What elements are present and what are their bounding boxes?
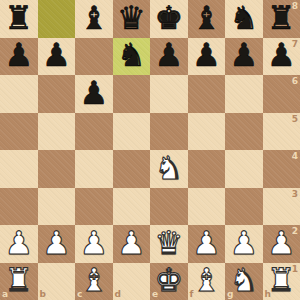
square-b6[interactable] bbox=[38, 75, 76, 113]
white-queen[interactable]: ♛ bbox=[154, 227, 183, 259]
square-h6[interactable]: 6 bbox=[263, 75, 301, 113]
black-bishop[interactable]: ♝ bbox=[79, 2, 108, 34]
square-b5[interactable] bbox=[38, 113, 76, 151]
square-h7[interactable]: ♟7 bbox=[263, 38, 301, 76]
square-b7[interactable]: ♟ bbox=[38, 38, 76, 76]
square-e2[interactable]: ♛ bbox=[150, 225, 188, 263]
black-knight[interactable]: ♞ bbox=[229, 2, 258, 34]
square-e3[interactable] bbox=[150, 188, 188, 226]
black-king[interactable]: ♚ bbox=[154, 2, 183, 34]
white-pawn[interactable]: ♟ bbox=[4, 227, 33, 259]
black-pawn[interactable]: ♟ bbox=[42, 39, 71, 71]
square-a6[interactable] bbox=[0, 75, 38, 113]
square-h4[interactable]: 4 bbox=[263, 150, 301, 188]
square-c6[interactable]: ♟ bbox=[75, 75, 113, 113]
square-d7[interactable]: ♞ bbox=[113, 38, 151, 76]
black-rook[interactable]: ♜ bbox=[4, 2, 33, 34]
white-pawn[interactable]: ♟ bbox=[229, 227, 258, 259]
square-a8[interactable]: ♜ bbox=[0, 0, 38, 38]
square-d1[interactable]: d bbox=[113, 263, 151, 300]
white-knight[interactable]: ♞ bbox=[229, 264, 258, 296]
white-king[interactable]: ♚ bbox=[154, 264, 183, 296]
square-g5[interactable] bbox=[225, 113, 263, 151]
black-bishop[interactable]: ♝ bbox=[192, 2, 221, 34]
white-pawn[interactable]: ♟ bbox=[117, 227, 146, 259]
square-a4[interactable] bbox=[0, 150, 38, 188]
square-c2[interactable]: ♟ bbox=[75, 225, 113, 263]
square-b4[interactable] bbox=[38, 150, 76, 188]
square-e6[interactable] bbox=[150, 75, 188, 113]
white-bishop[interactable]: ♝ bbox=[192, 264, 221, 296]
square-d5[interactable] bbox=[113, 113, 151, 151]
square-g2[interactable]: ♟ bbox=[225, 225, 263, 263]
chess-board: ♜♝♛♚♝♞♜8♟♟♞♟♟♟♟7♟65♞43♟♟♟♟♛♟♟♟2♜ab♝cd♚e♝… bbox=[0, 0, 300, 300]
square-h8[interactable]: ♜8 bbox=[263, 0, 301, 38]
square-c3[interactable] bbox=[75, 188, 113, 226]
square-c7[interactable] bbox=[75, 38, 113, 76]
rank-label-5: 5 bbox=[292, 115, 298, 124]
black-rook[interactable]: ♜ bbox=[267, 2, 296, 34]
square-b3[interactable] bbox=[38, 188, 76, 226]
square-b1[interactable]: b bbox=[38, 263, 76, 300]
square-h1[interactable]: ♜1h bbox=[263, 263, 301, 300]
square-f5[interactable] bbox=[188, 113, 226, 151]
square-g6[interactable] bbox=[225, 75, 263, 113]
rank-label-4: 4 bbox=[292, 152, 298, 161]
file-label-b: b bbox=[40, 290, 46, 299]
square-f6[interactable] bbox=[188, 75, 226, 113]
square-f2[interactable]: ♟ bbox=[188, 225, 226, 263]
square-d8[interactable]: ♛ bbox=[113, 0, 151, 38]
black-pawn[interactable]: ♟ bbox=[267, 39, 296, 71]
square-c5[interactable] bbox=[75, 113, 113, 151]
square-b8[interactable] bbox=[38, 0, 76, 38]
square-d2[interactable]: ♟ bbox=[113, 225, 151, 263]
square-h3[interactable]: 3 bbox=[263, 188, 301, 226]
square-g7[interactable]: ♟ bbox=[225, 38, 263, 76]
square-c8[interactable]: ♝ bbox=[75, 0, 113, 38]
square-d6[interactable] bbox=[113, 75, 151, 113]
square-f7[interactable]: ♟ bbox=[188, 38, 226, 76]
white-bishop[interactable]: ♝ bbox=[79, 264, 108, 296]
square-a3[interactable] bbox=[0, 188, 38, 226]
white-rook[interactable]: ♜ bbox=[267, 264, 296, 296]
white-pawn[interactable]: ♟ bbox=[267, 227, 296, 259]
square-b2[interactable]: ♟ bbox=[38, 225, 76, 263]
rank-label-6: 6 bbox=[292, 77, 298, 86]
white-pawn[interactable]: ♟ bbox=[192, 227, 221, 259]
square-h5[interactable]: 5 bbox=[263, 113, 301, 151]
square-f1[interactable]: ♝f bbox=[188, 263, 226, 300]
square-g8[interactable]: ♞ bbox=[225, 0, 263, 38]
square-c4[interactable] bbox=[75, 150, 113, 188]
square-d3[interactable] bbox=[113, 188, 151, 226]
white-pawn[interactable]: ♟ bbox=[42, 227, 71, 259]
square-g4[interactable] bbox=[225, 150, 263, 188]
square-f4[interactable] bbox=[188, 150, 226, 188]
square-g3[interactable] bbox=[225, 188, 263, 226]
square-e5[interactable] bbox=[150, 113, 188, 151]
square-g1[interactable]: ♞g bbox=[225, 263, 263, 300]
black-pawn[interactable]: ♟ bbox=[229, 39, 258, 71]
black-pawn[interactable]: ♟ bbox=[192, 39, 221, 71]
white-rook[interactable]: ♜ bbox=[4, 264, 33, 296]
black-knight[interactable]: ♞ bbox=[117, 39, 146, 71]
rank-label-3: 3 bbox=[292, 190, 298, 199]
square-a2[interactable]: ♟ bbox=[0, 225, 38, 263]
square-a7[interactable]: ♟ bbox=[0, 38, 38, 76]
black-pawn[interactable]: ♟ bbox=[4, 39, 33, 71]
black-pawn[interactable]: ♟ bbox=[79, 77, 108, 109]
square-d4[interactable] bbox=[113, 150, 151, 188]
square-f8[interactable]: ♝ bbox=[188, 0, 226, 38]
square-c1[interactable]: ♝c bbox=[75, 263, 113, 300]
square-e4[interactable]: ♞ bbox=[150, 150, 188, 188]
square-a1[interactable]: ♜a bbox=[0, 263, 38, 300]
square-f3[interactable] bbox=[188, 188, 226, 226]
square-e7[interactable]: ♟ bbox=[150, 38, 188, 76]
square-h2[interactable]: ♟2 bbox=[263, 225, 301, 263]
square-a5[interactable] bbox=[0, 113, 38, 151]
black-queen[interactable]: ♛ bbox=[117, 2, 146, 34]
square-e1[interactable]: ♚e bbox=[150, 263, 188, 300]
square-e8[interactable]: ♚ bbox=[150, 0, 188, 38]
white-knight[interactable]: ♞ bbox=[154, 152, 183, 184]
white-pawn[interactable]: ♟ bbox=[79, 227, 108, 259]
black-pawn[interactable]: ♟ bbox=[154, 39, 183, 71]
file-label-d: d bbox=[115, 290, 121, 299]
